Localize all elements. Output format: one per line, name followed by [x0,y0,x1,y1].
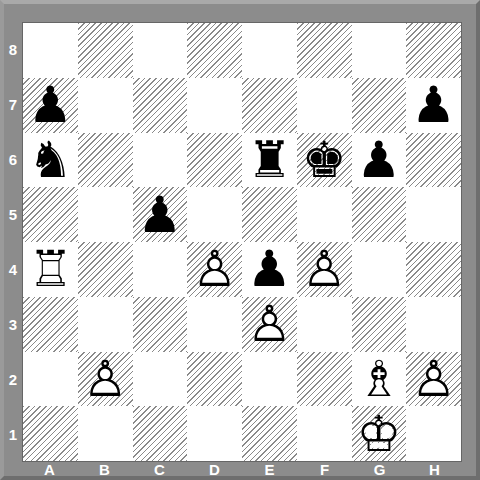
square-f4[interactable]: ♟♙ [297,242,352,297]
rank-label-4: 4 [4,242,22,297]
square-a4[interactable]: ♜♖ [23,242,78,297]
white-king-outline-glyph: ♔ [352,406,407,461]
square-h7[interactable]: ♟ [406,78,461,133]
white-pawn-outline-glyph: ♙ [242,297,297,352]
piece-white-pawn-f4[interactable]: ♟♙ [297,242,352,297]
square-b1[interactable] [78,406,133,461]
square-e1[interactable] [242,406,297,461]
square-h3[interactable] [406,297,461,352]
square-e8[interactable] [242,23,297,78]
square-h8[interactable] [406,23,461,78]
square-e7[interactable] [242,78,297,133]
file-label-g: G [352,462,407,476]
square-e4[interactable]: ♟ [242,242,297,297]
piece-white-pawn-b2[interactable]: ♟♙ [78,352,133,407]
square-f8[interactable] [297,23,352,78]
square-d3[interactable] [187,297,242,352]
rank-label-8: 8 [4,22,22,77]
piece-black-king-f6[interactable]: ♚ [297,133,352,188]
square-d8[interactable] [187,23,242,78]
square-b4[interactable] [78,242,133,297]
square-b2[interactable]: ♟♙ [78,352,133,407]
piece-white-rook-a4[interactable]: ♜♖ [23,242,78,297]
square-h6[interactable] [406,133,461,188]
file-label-d: D [187,462,242,476]
square-d2[interactable] [187,352,242,407]
file-labels: ABCDEFGH [22,462,462,476]
file-label-e: E [242,462,297,476]
square-f6[interactable]: ♚ [297,133,352,188]
square-c3[interactable] [133,297,188,352]
square-f5[interactable] [297,187,352,242]
white-pawn-outline-glyph: ♙ [78,352,133,407]
rank-label-6: 6 [4,132,22,187]
piece-black-knight-a6[interactable]: ♞ [23,133,78,188]
square-a3[interactable] [23,297,78,352]
black-pawn-glyph: ♟ [242,242,297,297]
piece-black-rook-e6[interactable]: ♜ [242,133,297,188]
square-h2[interactable]: ♟♙ [406,352,461,407]
file-label-b: B [77,462,132,476]
piece-white-pawn-e3[interactable]: ♟♙ [242,297,297,352]
black-pawn-glyph: ♟ [133,187,188,242]
piece-white-king-g1[interactable]: ♚♔ [352,406,407,461]
square-e3[interactable]: ♟♙ [242,297,297,352]
square-e2[interactable] [242,352,297,407]
square-e5[interactable] [242,187,297,242]
white-pawn-outline-glyph: ♙ [406,352,461,407]
square-a7[interactable]: ♟ [23,78,78,133]
square-a8[interactable] [23,23,78,78]
square-h5[interactable] [406,187,461,242]
square-g7[interactable] [352,78,407,133]
piece-black-pawn-e4[interactable]: ♟ [242,242,297,297]
square-c6[interactable] [133,133,188,188]
square-e6[interactable]: ♜ [242,133,297,188]
square-c4[interactable] [133,242,188,297]
rank-label-1: 1 [4,407,22,462]
rank-label-3: 3 [4,297,22,352]
square-g8[interactable] [352,23,407,78]
rank-labels: 87654321 [4,22,22,462]
square-c1[interactable] [133,406,188,461]
chess-diagram-frame: 87654321 ♟♟♞♜♚♟♟♜♖♟♙♟♟♙♟♙♟♙♝♗♟♙♚♔ ABCDEF… [0,0,480,480]
black-rook-glyph: ♜ [242,133,297,188]
piece-black-pawn-g6[interactable]: ♟ [352,133,407,188]
black-king-glyph: ♚ [297,133,352,188]
piece-black-pawn-a7[interactable]: ♟ [23,78,78,133]
square-d5[interactable] [187,187,242,242]
black-pawn-glyph: ♟ [23,78,78,133]
square-c7[interactable] [133,78,188,133]
square-c2[interactable] [133,352,188,407]
piece-black-pawn-h7[interactable]: ♟ [406,78,461,133]
piece-white-bishop-g2[interactable]: ♝♗ [352,352,407,407]
square-d6[interactable] [187,133,242,188]
square-f3[interactable] [297,297,352,352]
square-g4[interactable] [352,242,407,297]
square-g3[interactable] [352,297,407,352]
square-f2[interactable] [297,352,352,407]
square-b6[interactable] [78,133,133,188]
white-pawn-outline-glyph: ♙ [297,242,352,297]
piece-white-pawn-h2[interactable]: ♟♙ [406,352,461,407]
black-knight-glyph: ♞ [23,133,78,188]
square-g2[interactable]: ♝♗ [352,352,407,407]
rank-label-5: 5 [4,187,22,242]
black-pawn-glyph: ♟ [406,78,461,133]
square-h1[interactable] [406,406,461,461]
rank-label-2: 2 [4,352,22,407]
square-c8[interactable] [133,23,188,78]
square-a2[interactable] [23,352,78,407]
square-b5[interactable] [78,187,133,242]
square-c5[interactable]: ♟ [133,187,188,242]
square-b7[interactable] [78,78,133,133]
white-rook-outline-glyph: ♖ [23,242,78,297]
chess-board: ♟♟♞♜♚♟♟♜♖♟♙♟♟♙♟♙♟♙♝♗♟♙♚♔ [22,22,462,462]
square-h4[interactable] [406,242,461,297]
square-g6[interactable]: ♟ [352,133,407,188]
square-f7[interactable] [297,78,352,133]
square-b3[interactable] [78,297,133,352]
square-d1[interactable] [187,406,242,461]
piece-white-pawn-d4[interactable]: ♟♙ [187,242,242,297]
square-a5[interactable] [23,187,78,242]
piece-black-pawn-c5[interactable]: ♟ [133,187,188,242]
square-d7[interactable] [187,78,242,133]
file-label-c: C [132,462,187,476]
file-label-h: H [407,462,462,476]
white-bishop-outline-glyph: ♗ [352,352,407,407]
white-pawn-outline-glyph: ♙ [187,242,242,297]
square-b8[interactable] [78,23,133,78]
square-g1[interactable]: ♚♔ [352,406,407,461]
black-pawn-glyph: ♟ [352,133,407,188]
square-a6[interactable]: ♞ [23,133,78,188]
square-a1[interactable] [23,406,78,461]
square-g5[interactable] [352,187,407,242]
file-label-a: A [22,462,77,476]
file-label-f: F [297,462,352,476]
square-f1[interactable] [297,406,352,461]
rank-label-7: 7 [4,77,22,132]
square-d4[interactable]: ♟♙ [187,242,242,297]
